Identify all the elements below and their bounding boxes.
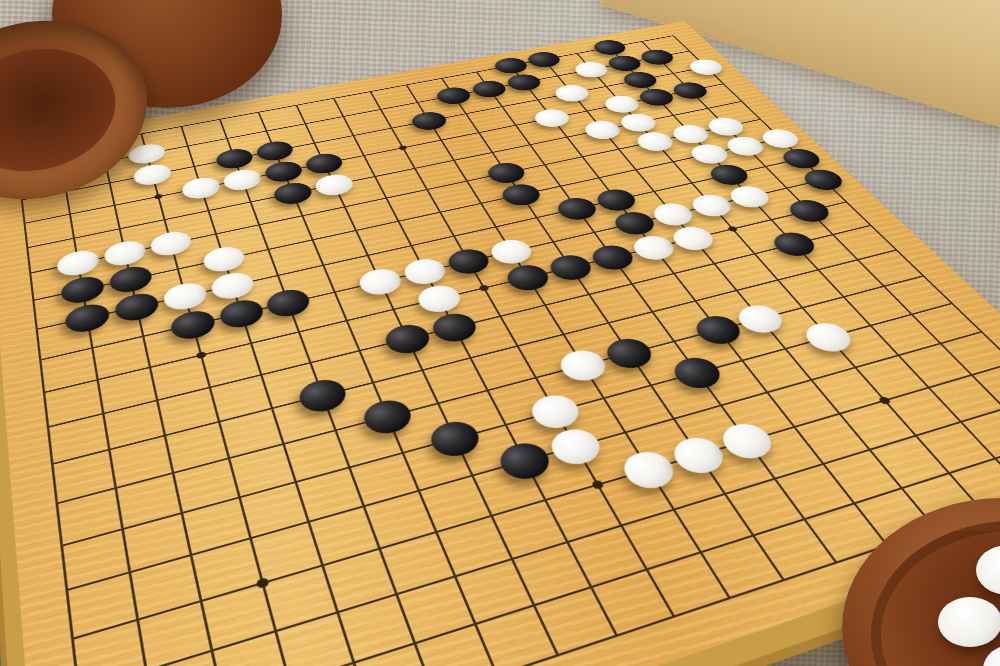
black-stone-5-9[interactable] [216, 297, 266, 332]
hoshi-point-4-4 [153, 193, 162, 199]
white-stone-6-4[interactable] [221, 167, 264, 193]
white-stone-15-10[interactable] [667, 224, 720, 254]
black-stone-9-15[interactable] [494, 439, 556, 485]
white-stone-10-15[interactable] [545, 425, 608, 470]
black-stone-7-3[interactable] [254, 139, 296, 163]
hoshi-point-4-10 [195, 351, 206, 359]
black-stone-7-13[interactable] [359, 396, 417, 438]
white-stone-11-16[interactable] [617, 447, 682, 494]
black-stone-2-7[interactable] [59, 274, 105, 307]
white-stone-5-7[interactable] [200, 244, 247, 275]
black-stone-13-14[interactable] [667, 353, 727, 392]
hoshi-point-4-16 [255, 577, 269, 589]
black-stone-12-13[interactable] [600, 335, 658, 373]
white-stone-10-14[interactable] [525, 390, 585, 432]
white-stone-11-9[interactable] [486, 237, 537, 268]
black-stone-18-10[interactable] [783, 197, 836, 225]
black-stone-11-3[interactable] [408, 110, 451, 133]
black-stone-19-8[interactable] [777, 146, 827, 171]
black-stone-13-8[interactable] [552, 195, 601, 223]
black-stone-19-9[interactable] [798, 167, 849, 193]
black-stone-17-3[interactable] [619, 70, 662, 90]
black-stone-8-11[interactable] [381, 321, 435, 358]
white-stone-9-10[interactable] [413, 282, 465, 316]
white-stone-14-4[interactable] [530, 107, 574, 130]
white-stone-3-6[interactable] [102, 238, 147, 269]
black-stone-15-1[interactable] [524, 50, 565, 69]
black-stone-17-11[interactable] [767, 229, 822, 259]
black-stone-4-9[interactable] [168, 307, 218, 343]
white-stone-17-9[interactable] [725, 183, 776, 210]
white-stone-15-5[interactable] [580, 118, 625, 141]
black-stone-12-6[interactable] [483, 160, 530, 186]
black-stone-14-8[interactable] [591, 187, 641, 214]
black-stone-10-9[interactable] [443, 246, 494, 277]
hoshi-point-10-4 [398, 145, 408, 150]
black-stone-8-4[interactable] [303, 151, 347, 176]
white-stone-15-13[interactable] [732, 301, 790, 336]
white-stone-19-3[interactable] [685, 57, 728, 77]
black-stone-6-3[interactable] [214, 146, 256, 171]
white-stone-8-5[interactable] [312, 172, 357, 198]
black-stone-7-4[interactable] [262, 159, 306, 185]
black-stone-14-1[interactable] [490, 56, 531, 76]
black-stone-14-9[interactable] [609, 209, 660, 238]
white-stone-4-8[interactable] [161, 280, 209, 314]
black-stone-12-10[interactable] [544, 252, 597, 284]
board-grid [17, 36, 1000, 666]
black-stone-17-4[interactable] [634, 86, 678, 107]
white-stone-16-5[interactable] [616, 111, 661, 134]
white-stone-8-9[interactable] [355, 266, 406, 299]
black-stone-13-10[interactable] [586, 242, 639, 273]
black-stone-8-14[interactable] [425, 417, 485, 461]
black-stone-6-12[interactable] [296, 375, 351, 416]
black-stone-18-2[interactable] [636, 48, 678, 67]
black-stone-9-11[interactable] [428, 310, 482, 346]
black-stone-13-2[interactable] [468, 79, 510, 100]
black-stone-7-5[interactable] [271, 180, 316, 207]
black-stone-6-9[interactable] [264, 286, 314, 320]
black-stone-2-8[interactable] [63, 301, 111, 336]
go-board [0, 21, 1000, 666]
grid-line-col-3 [100, 141, 238, 666]
white-stone-4-3[interactable] [131, 162, 173, 188]
white-stone-15-3[interactable] [551, 83, 594, 104]
white-stone-14-10[interactable] [627, 233, 680, 263]
grid-line-col-19 [673, 36, 1000, 468]
black-stone-17-1[interactable] [589, 38, 630, 57]
white-stone-4-6[interactable] [148, 229, 194, 259]
black-stone-3-7[interactable] [107, 264, 154, 296]
white-stone-16-2[interactable] [571, 60, 613, 80]
white-stone-5-8[interactable] [208, 270, 257, 303]
white-stone-16-14[interactable] [798, 319, 858, 355]
white-stone-5-4[interactable] [179, 175, 222, 202]
black-stone-14-2[interactable] [503, 72, 545, 93]
black-stone-12-7[interactable] [497, 182, 545, 209]
white-stone-13-16[interactable] [715, 420, 780, 464]
bowl-lid-inner [0, 35, 127, 186]
white-stone-11-13[interactable] [554, 346, 612, 384]
white-stone-16-6[interactable] [632, 130, 679, 154]
grid-line-col-11 [406, 85, 731, 599]
black-stone-3-8[interactable] [113, 290, 161, 324]
bowl-white-stone[interactable] [938, 597, 1000, 647]
white-stone-16-4[interactable] [600, 93, 644, 115]
black-stone-12-2[interactable] [433, 85, 475, 106]
white-stone-18-6[interactable] [703, 115, 750, 138]
black-stone-17-8[interactable] [705, 162, 755, 188]
grid-line-col-4 [140, 134, 306, 666]
black-stone-17-2[interactable] [604, 54, 646, 74]
white-stone-2-6[interactable] [56, 248, 101, 279]
grid-line-col-1 [16, 157, 94, 666]
black-stone-18-4[interactable] [668, 80, 712, 101]
grid-line-col-18 [641, 41, 1000, 482]
black-stone-11-10[interactable] [502, 262, 555, 294]
white-stone-9-9[interactable] [400, 256, 451, 288]
